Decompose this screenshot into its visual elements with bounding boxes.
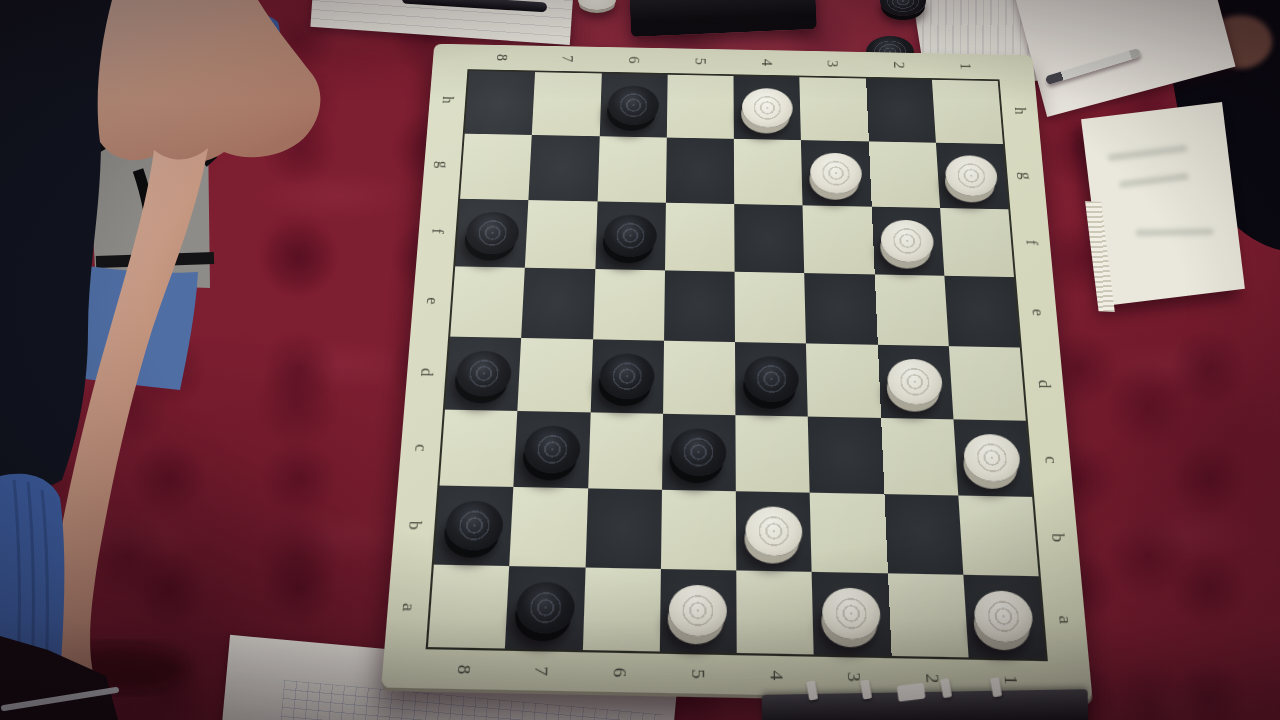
board-sheet: 87654321 87654321 hgfedcba hgfedcba — [381, 44, 1093, 701]
square-d1[interactable] — [949, 346, 1026, 421]
coordinate-label-7: 7 — [530, 666, 552, 676]
square-e7[interactable] — [521, 268, 595, 340]
square-g5[interactable] — [666, 138, 735, 205]
square-f5[interactable] — [665, 203, 735, 272]
square-d8[interactable] — [445, 337, 521, 411]
square-a8[interactable] — [428, 565, 510, 649]
black-piece-h6[interactable] — [608, 85, 659, 125]
square-f4[interactable] — [734, 204, 804, 273]
coordinate-label-1: 1 — [999, 675, 1022, 685]
square-f2[interactable] — [871, 207, 944, 276]
square-h3[interactable] — [800, 77, 869, 141]
coordinate-label-a: a — [1054, 615, 1076, 624]
square-h4[interactable] — [733, 76, 801, 140]
coordinate-label-c: c — [1040, 456, 1061, 464]
coordinate-label-f: f — [1022, 240, 1042, 246]
black-piece-d4[interactable] — [744, 356, 799, 402]
coordinate-label-1: 1 — [956, 63, 975, 70]
square-c8[interactable] — [440, 410, 518, 487]
coordinate-label-4: 4 — [757, 59, 776, 66]
game-clock — [762, 689, 1089, 720]
square-g4[interactable] — [734, 139, 803, 206]
square-a4[interactable] — [736, 570, 814, 654]
square-c4[interactable] — [735, 415, 810, 492]
square-c6[interactable] — [588, 412, 663, 489]
coordinate-label-2: 2 — [890, 61, 909, 68]
square-d4[interactable] — [735, 342, 808, 416]
square-h8[interactable] — [465, 71, 536, 135]
black-piece-d6[interactable] — [599, 353, 655, 399]
square-e8[interactable] — [450, 266, 525, 338]
square-c2[interactable] — [881, 418, 958, 496]
black-piece-c5[interactable] — [671, 428, 727, 476]
square-e4[interactable] — [735, 272, 807, 344]
square-d7[interactable] — [518, 338, 593, 412]
square-h2[interactable] — [866, 79, 936, 143]
coordinate-label-g: g — [1016, 172, 1036, 180]
square-a2[interactable] — [887, 573, 968, 657]
square-e3[interactable] — [804, 273, 877, 345]
coordinate-label-h: h — [1010, 107, 1029, 115]
square-g3[interactable] — [801, 140, 871, 207]
square-a5[interactable] — [660, 569, 737, 653]
black-piece-c7[interactable] — [523, 425, 581, 473]
square-d3[interactable] — [806, 343, 880, 418]
coordinate-label-5: 5 — [687, 669, 709, 679]
square-b8[interactable] — [434, 486, 514, 567]
coordinate-label-a: a — [397, 602, 419, 611]
square-g2[interactable] — [868, 141, 939, 208]
square-e2[interactable] — [874, 274, 948, 346]
checkers-board: 87654321 87654321 hgfedcba hgfedcba — [410, 14, 1060, 674]
white-piece-g3[interactable] — [810, 152, 863, 194]
coordinate-label-h: h — [438, 96, 457, 104]
coordinate-label-8: 8 — [452, 664, 474, 674]
coordinate-label-5: 5 — [691, 58, 709, 65]
white-piece-h4[interactable] — [742, 88, 793, 128]
black-piece-a7[interactable] — [515, 582, 575, 634]
square-c3[interactable] — [808, 417, 884, 495]
coordinate-label-6: 6 — [609, 667, 631, 677]
coordinate-label-d: d — [1034, 380, 1055, 389]
coordinate-label-d: d — [416, 368, 437, 377]
square-b4[interactable] — [736, 491, 812, 572]
square-a1[interactable] — [963, 575, 1045, 659]
white-piece-f2[interactable] — [880, 219, 935, 262]
coordinate-label-e: e — [1027, 308, 1047, 316]
square-e6[interactable] — [593, 269, 665, 341]
square-g8[interactable] — [460, 134, 532, 200]
black-piece-f6[interactable] — [604, 214, 657, 257]
square-g1[interactable] — [936, 143, 1009, 210]
white-piece-a1[interactable] — [973, 590, 1035, 642]
player-hand — [98, 0, 321, 164]
coordinate-label-e: e — [422, 297, 442, 305]
square-c5[interactable] — [662, 414, 736, 491]
board-grid — [426, 69, 1048, 661]
square-c1[interactable] — [953, 419, 1032, 497]
square-b1[interactable] — [958, 495, 1039, 576]
coordinate-label-g: g — [433, 161, 453, 169]
square-f6[interactable] — [595, 201, 666, 270]
coordinate-label-f: f — [427, 228, 447, 234]
square-f3[interactable] — [803, 205, 875, 274]
black-piece-b8[interactable] — [444, 500, 504, 550]
square-g7[interactable] — [529, 135, 600, 201]
photo-scene: 87654321 87654321 hgfedcba hgfedcba — [0, 0, 1280, 720]
square-b7[interactable] — [509, 487, 587, 568]
square-g6[interactable] — [597, 136, 666, 202]
coordinate-label-c: c — [410, 443, 431, 451]
square-b2[interactable] — [884, 494, 963, 575]
white-piece-d2[interactable] — [887, 359, 944, 406]
square-f8[interactable] — [455, 199, 528, 268]
square-b5[interactable] — [661, 490, 737, 571]
white-piece-a5[interactable] — [669, 584, 727, 636]
white-piece-b4[interactable] — [745, 506, 802, 556]
square-d5[interactable] — [663, 341, 736, 415]
black-piece-f8[interactable] — [465, 212, 520, 255]
square-e5[interactable] — [664, 270, 735, 342]
coordinate-label-6: 6 — [625, 56, 644, 63]
square-d2[interactable] — [877, 345, 953, 420]
white-piece-g1[interactable] — [945, 155, 999, 197]
coordinate-label-3: 3 — [823, 60, 842, 67]
coordinate-label-b: b — [404, 521, 426, 530]
square-f1[interactable] — [940, 208, 1014, 277]
coordinate-label-8: 8 — [492, 54, 511, 61]
player-figure — [0, 0, 360, 720]
square-d6[interactable] — [590, 339, 664, 413]
scoresheet-pad — [1081, 102, 1245, 306]
coordinate-label-4: 4 — [765, 670, 787, 680]
square-h6[interactable] — [599, 73, 667, 137]
square-a3[interactable] — [812, 572, 891, 656]
square-a7[interactable] — [505, 566, 585, 650]
square-c7[interactable] — [514, 411, 591, 488]
square-e1[interactable] — [944, 276, 1020, 348]
square-f7[interactable] — [525, 200, 597, 269]
square-h5[interactable] — [667, 75, 734, 139]
black-piece-d8[interactable] — [455, 350, 512, 396]
clock-plate — [897, 683, 926, 702]
coordinate-label-7: 7 — [558, 55, 577, 62]
square-b3[interactable] — [810, 493, 888, 574]
square-b6[interactable] — [585, 488, 662, 569]
square-h1[interactable] — [932, 80, 1003, 144]
square-a6[interactable] — [582, 568, 660, 652]
coordinate-label-b: b — [1047, 533, 1069, 543]
square-h7[interactable] — [532, 72, 601, 136]
white-piece-c1[interactable] — [963, 434, 1022, 482]
white-piece-a3[interactable] — [821, 587, 881, 639]
